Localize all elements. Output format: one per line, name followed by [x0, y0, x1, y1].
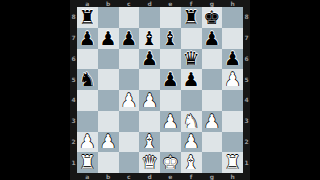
square-g2[interactable] — [202, 132, 223, 153]
rank-label-right-6: 6 — [243, 49, 250, 70]
square-a1[interactable]: ♜ — [77, 152, 98, 173]
square-e6[interactable] — [160, 49, 181, 70]
square-d7[interactable]: ♝ — [139, 28, 160, 49]
file-label-bottom-d: d — [139, 173, 160, 180]
square-d6[interactable]: ♟ — [139, 49, 160, 70]
square-e7[interactable]: ♝ — [160, 28, 181, 49]
square-b4[interactable] — [98, 90, 119, 111]
square-g8[interactable]: ♚ — [202, 7, 223, 28]
rank-label-left-6: 6 — [70, 49, 77, 70]
piece-black-pawn: ♟ — [120, 28, 137, 47]
square-c8[interactable] — [119, 7, 140, 28]
piece-black-queen: ♛ — [183, 49, 200, 68]
piece-black-pawn: ♟ — [79, 28, 96, 47]
rank-label-right-2: 2 — [243, 132, 250, 153]
square-a8[interactable]: ♜ — [77, 7, 98, 28]
square-g3[interactable]: ♟ — [202, 111, 223, 132]
piece-black-pawn: ♟ — [203, 28, 220, 47]
rank-label-left-7: 7 — [70, 28, 77, 49]
file-label-bottom-b: b — [98, 173, 119, 180]
square-b8[interactable] — [98, 7, 119, 28]
piece-black-pawn: ♟ — [183, 70, 200, 89]
piece-white-rook: ♜ — [224, 153, 241, 172]
file-label-top-a: a — [77, 0, 98, 7]
square-h3[interactable] — [222, 111, 243, 132]
piece-white-rook: ♜ — [79, 153, 96, 172]
file-label-top-g: g — [202, 0, 223, 7]
square-h4[interactable] — [222, 90, 243, 111]
square-e3[interactable]: ♟ — [160, 111, 181, 132]
square-a2[interactable]: ♟ — [77, 132, 98, 153]
square-g4[interactable] — [202, 90, 223, 111]
square-f5[interactable]: ♟ — [181, 69, 202, 90]
square-b5[interactable] — [98, 69, 119, 90]
rank-label-right-1: 1 — [243, 152, 250, 173]
square-h8[interactable] — [222, 7, 243, 28]
rank-label-right-4: 4 — [243, 90, 250, 111]
square-h7[interactable] — [222, 28, 243, 49]
piece-white-pawn: ♟ — [183, 132, 200, 151]
piece-black-pawn: ♟ — [224, 49, 241, 68]
file-label-top-e: e — [160, 0, 181, 7]
file-label-bottom-a: a — [77, 173, 98, 180]
file-label-top-h: h — [222, 0, 243, 7]
piece-black-rook: ♜ — [79, 7, 96, 26]
square-b6[interactable] — [98, 49, 119, 70]
file-label-bottom-c: c — [119, 173, 140, 180]
square-e5[interactable]: ♟ — [160, 69, 181, 90]
square-g7[interactable]: ♟ — [202, 28, 223, 49]
square-f7[interactable] — [181, 28, 202, 49]
square-f3[interactable]: ♞ — [181, 111, 202, 132]
piece-black-pawn: ♟ — [100, 28, 117, 47]
rank-label-left-5: 5 — [70, 69, 77, 90]
piece-white-bishop: ♝ — [183, 153, 200, 172]
square-c4[interactable]: ♟ — [119, 90, 140, 111]
square-f8[interactable]: ♜ — [181, 7, 202, 28]
file-label-top-d: d — [139, 0, 160, 7]
square-h1[interactable]: ♜ — [222, 152, 243, 173]
board-frame-corner — [70, 173, 77, 180]
letterbox-background: abcdefgh8♜♜♚87♟♟♟♝♝♟76♟♛♟65♞♟♟♟54♟♟43♟♞♟… — [0, 0, 320, 180]
square-f6[interactable]: ♛ — [181, 49, 202, 70]
piece-white-bishop: ♝ — [141, 132, 158, 151]
square-c7[interactable]: ♟ — [119, 28, 140, 49]
piece-white-king: ♚ — [162, 153, 179, 172]
square-e8[interactable] — [160, 7, 181, 28]
board-frame-corner — [243, 0, 250, 7]
file-label-bottom-g: g — [202, 173, 223, 180]
file-label-bottom-f: f — [181, 173, 202, 180]
rank-label-left-3: 3 — [70, 111, 77, 132]
piece-white-pawn: ♟ — [224, 70, 241, 89]
rank-label-left-2: 2 — [70, 132, 77, 153]
square-c3[interactable] — [119, 111, 140, 132]
piece-black-pawn: ♟ — [162, 70, 179, 89]
piece-white-pawn: ♟ — [203, 111, 220, 130]
square-a4[interactable] — [77, 90, 98, 111]
piece-white-knight: ♞ — [183, 111, 200, 130]
square-g5[interactable] — [202, 69, 223, 90]
square-a6[interactable] — [77, 49, 98, 70]
chess-board: abcdefgh8♜♜♚87♟♟♟♝♝♟76♟♛♟65♞♟♟♟54♟♟43♟♞♟… — [70, 0, 250, 180]
piece-white-pawn: ♟ — [162, 111, 179, 130]
square-e2[interactable] — [160, 132, 181, 153]
square-c5[interactable] — [119, 69, 140, 90]
piece-white-pawn: ♟ — [141, 90, 158, 109]
board-frame-corner — [243, 173, 250, 180]
square-h2[interactable] — [222, 132, 243, 153]
square-b3[interactable] — [98, 111, 119, 132]
piece-black-knight: ♞ — [79, 70, 96, 89]
square-b2[interactable]: ♟ — [98, 132, 119, 153]
piece-black-pawn: ♟ — [141, 49, 158, 68]
file-label-bottom-e: e — [160, 173, 181, 180]
square-d1[interactable]: ♛ — [139, 152, 160, 173]
square-a5[interactable]: ♞ — [77, 69, 98, 90]
square-d2[interactable]: ♝ — [139, 132, 160, 153]
square-f4[interactable] — [181, 90, 202, 111]
rank-label-right-3: 3 — [243, 111, 250, 132]
piece-white-queen: ♛ — [141, 153, 158, 172]
file-label-top-b: b — [98, 0, 119, 7]
file-label-top-c: c — [119, 0, 140, 7]
square-f1[interactable]: ♝ — [181, 152, 202, 173]
rank-label-left-4: 4 — [70, 90, 77, 111]
piece-black-bishop: ♝ — [141, 28, 158, 47]
square-c2[interactable] — [119, 132, 140, 153]
square-e4[interactable] — [160, 90, 181, 111]
file-label-top-f: f — [181, 0, 202, 7]
square-c6[interactable] — [119, 49, 140, 70]
piece-black-bishop: ♝ — [162, 28, 179, 47]
square-a7[interactable]: ♟ — [77, 28, 98, 49]
piece-black-king: ♚ — [203, 7, 220, 26]
square-d5[interactable] — [139, 69, 160, 90]
rank-label-right-8: 8 — [243, 7, 250, 28]
square-d4[interactable]: ♟ — [139, 90, 160, 111]
rank-label-right-7: 7 — [243, 28, 250, 49]
square-d8[interactable] — [139, 7, 160, 28]
square-h6[interactable]: ♟ — [222, 49, 243, 70]
rank-label-left-8: 8 — [70, 7, 77, 28]
square-c1[interactable] — [119, 152, 140, 173]
square-g1[interactable] — [202, 152, 223, 173]
square-b7[interactable]: ♟ — [98, 28, 119, 49]
square-d3[interactable] — [139, 111, 160, 132]
piece-black-rook: ♜ — [183, 7, 200, 26]
piece-white-pawn: ♟ — [79, 132, 96, 151]
square-a3[interactable] — [77, 111, 98, 132]
rank-label-left-1: 1 — [70, 152, 77, 173]
piece-white-pawn: ♟ — [120, 90, 137, 109]
rank-label-right-5: 5 — [243, 69, 250, 90]
board-frame-corner — [70, 0, 77, 7]
square-f2[interactable]: ♟ — [181, 132, 202, 153]
square-b1[interactable] — [98, 152, 119, 173]
square-h5[interactable]: ♟ — [222, 69, 243, 90]
square-e1[interactable]: ♚ — [160, 152, 181, 173]
piece-white-pawn: ♟ — [100, 132, 117, 151]
square-g6[interactable] — [202, 49, 223, 70]
file-label-bottom-h: h — [222, 173, 243, 180]
